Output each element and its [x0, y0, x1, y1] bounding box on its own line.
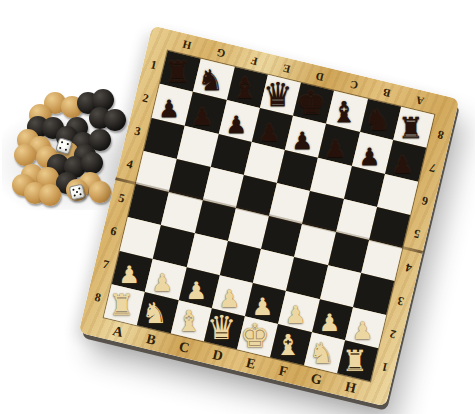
piece-light-bishop[interactable]: ♝ — [275, 331, 301, 360]
checker-tan[interactable] — [14, 144, 36, 166]
piece-light-rook[interactable]: ♜ — [109, 291, 135, 320]
file-label-top-d: D — [315, 70, 326, 84]
file-label-top-b: B — [382, 86, 392, 99]
piece-light-knight[interactable]: ♞ — [308, 339, 334, 368]
file-label-bottom-h: H — [343, 378, 357, 396]
file-label-bottom-e: E — [244, 354, 257, 372]
piece-light-pawn[interactable]: ♟ — [352, 319, 374, 343]
piece-light-pawn[interactable]: ♟ — [119, 263, 141, 287]
piece-dark-rook[interactable]: ♜ — [164, 58, 190, 87]
piece-light-knight[interactable]: ♞ — [142, 299, 168, 328]
rank-label-right-3: 3 — [396, 292, 405, 308]
checker-tan[interactable] — [39, 184, 61, 206]
rank-label-right-2: 2 — [388, 326, 397, 342]
rank-label-right-4: 4 — [404, 259, 413, 275]
checker-black[interactable] — [81, 152, 103, 174]
rank-label-left-7: 7 — [101, 257, 110, 273]
piece-light-pawn[interactable]: ♟ — [318, 311, 340, 335]
piece-dark-pawn[interactable]: ♟ — [392, 152, 414, 176]
piece-dark-queen[interactable]: ♛ — [263, 78, 293, 111]
piece-light-king[interactable]: ♚ — [240, 319, 270, 352]
checker-black[interactable] — [104, 109, 126, 131]
checker-tan[interactable] — [89, 181, 111, 203]
file-label-top-c: C — [348, 78, 359, 92]
file-label-top-e: E — [282, 62, 292, 75]
file-label-bottom-b: B — [145, 331, 158, 349]
piece-dark-pawn[interactable]: ♟ — [325, 136, 347, 160]
piece-light-pawn[interactable]: ♟ — [285, 303, 307, 327]
piece-dark-pawn[interactable]: ♟ — [159, 97, 181, 121]
file-label-top-f: F — [250, 54, 259, 67]
rank-label-left-3: 3 — [133, 124, 142, 140]
rank-label-left-4: 4 — [125, 157, 134, 173]
rank-label-right-1: 1 — [380, 359, 389, 375]
file-label-bottom-d: D — [211, 346, 225, 364]
rank-label-left-6: 6 — [109, 224, 118, 240]
board-frame: HGFEDCBA ABCDEFGH 12345678 87654321 ♜♞♝♛… — [78, 25, 459, 406]
piece-light-queen[interactable]: ♛ — [207, 311, 237, 344]
piece-dark-king[interactable]: ♚ — [296, 86, 326, 119]
piece-dark-pawn[interactable]: ♟ — [225, 113, 247, 137]
rank-label-left-8: 8 — [93, 290, 102, 306]
piece-dark-knight[interactable]: ♞ — [198, 66, 224, 95]
rank-label-right-7: 7 — [428, 159, 437, 175]
piece-dark-pawn[interactable]: ♟ — [258, 121, 280, 145]
piece-light-pawn[interactable]: ♟ — [185, 279, 207, 303]
file-label-bottom-c: C — [178, 338, 192, 356]
piece-dark-bishop[interactable]: ♝ — [231, 74, 257, 103]
rank-label-right-6: 6 — [420, 192, 429, 208]
die-pip — [79, 193, 82, 196]
chess-board[interactable]: HGFEDCBA ABCDEFGH 12345678 87654321 ♜♞♝♛… — [78, 25, 459, 406]
die-pip — [64, 148, 67, 151]
die-showing-5[interactable] — [69, 184, 86, 201]
piece-light-pawn[interactable]: ♟ — [152, 271, 174, 295]
rank-label-left-5: 5 — [117, 190, 126, 206]
piece-light-bishop[interactable]: ♝ — [175, 307, 201, 336]
rank-label-right-8: 8 — [436, 126, 445, 142]
piece-dark-knight[interactable]: ♞ — [364, 106, 390, 135]
rank-label-right-5: 5 — [412, 226, 421, 242]
file-label-bottom-g: G — [309, 370, 323, 388]
file-label-bottom-a: A — [111, 323, 125, 341]
scene: HGFEDCBA ABCDEFGH 12345678 87654321 ♜♞♝♛… — [0, 0, 475, 414]
piece-dark-rook[interactable]: ♜ — [398, 114, 424, 143]
piece-light-rook[interactable]: ♜ — [342, 347, 368, 376]
rank-label-left-2: 2 — [141, 90, 150, 106]
file-label-top-h: H — [182, 38, 193, 52]
file-label-bottom-f: F — [277, 362, 289, 380]
piece-dark-pawn[interactable]: ♟ — [358, 144, 380, 168]
file-label-top-a: A — [415, 94, 426, 108]
piece-dark-pawn[interactable]: ♟ — [192, 105, 214, 129]
piece-dark-pawn[interactable]: ♟ — [292, 128, 314, 152]
piece-dark-bishop[interactable]: ♝ — [331, 98, 357, 127]
rank-label-left-1: 1 — [149, 57, 158, 73]
file-label-top-g: G — [216, 46, 227, 60]
